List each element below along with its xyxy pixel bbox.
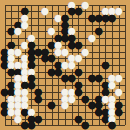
grid-line xyxy=(85,5,86,126)
black-stone[interactable]: ● xyxy=(109,122,116,129)
black-stone[interactable]: ● xyxy=(75,8,82,15)
black-stone[interactable]: ● xyxy=(35,95,42,102)
black-stone[interactable]: ● xyxy=(109,14,116,21)
white-stone[interactable]: ● xyxy=(61,102,68,109)
black-stone[interactable]: ● xyxy=(102,61,109,68)
go-board[interactable]: ●●●●●●●●●●●●●●●●●●●●●●●●●●●●●●●●●●●●●●●●… xyxy=(0,0,130,130)
white-stone[interactable]: ● xyxy=(14,28,21,35)
black-stone[interactable]: ● xyxy=(82,122,89,129)
grid-line xyxy=(78,5,79,126)
black-stone[interactable]: ● xyxy=(48,102,55,109)
white-stone[interactable]: ● xyxy=(88,35,95,42)
grid-line xyxy=(125,5,126,126)
white-stone[interactable]: ● xyxy=(41,8,48,15)
black-stone[interactable]: ● xyxy=(28,122,35,129)
screenshot-root: ●●●●●●●●●●●●●●●●●●●●●●●●●●●●●●●●●●●●●●●●… xyxy=(0,0,130,130)
hoshi-point xyxy=(104,24,106,26)
